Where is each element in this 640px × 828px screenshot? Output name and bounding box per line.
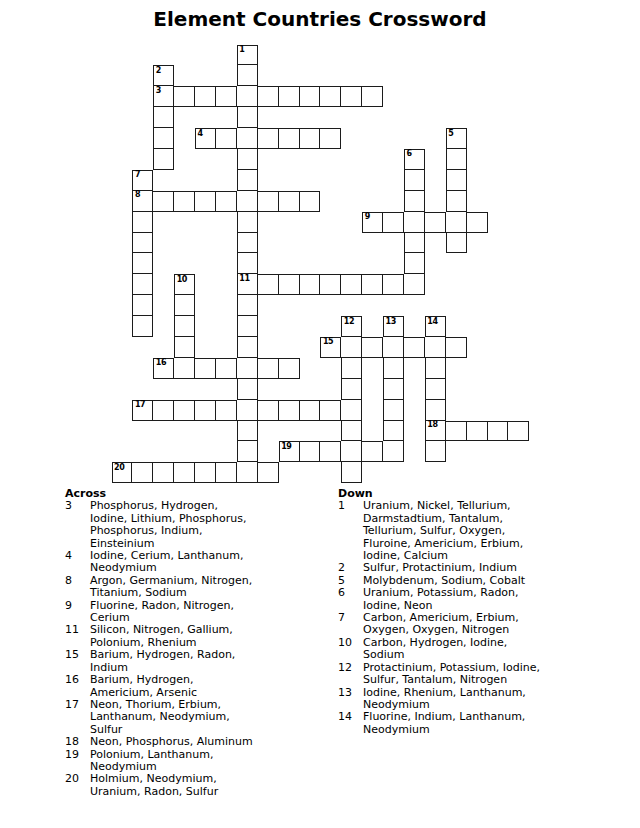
grid-void xyxy=(112,191,133,212)
grid-cell[interactable] xyxy=(341,421,362,442)
grid-void xyxy=(132,358,153,379)
grid-void xyxy=(446,358,467,379)
grid-cell[interactable] xyxy=(383,274,404,295)
grid-cell[interactable] xyxy=(237,462,258,483)
grid-cell[interactable] xyxy=(341,358,362,379)
grid-void xyxy=(383,86,404,107)
clue-text: Phosphorus, Hydrogen, Iodine, Lithium, P… xyxy=(90,500,257,550)
grid-cell[interactable] xyxy=(404,253,425,274)
grid-void xyxy=(404,462,425,483)
grid-void xyxy=(216,274,237,295)
grid-void xyxy=(258,65,279,86)
cell-number: 4 xyxy=(198,130,203,138)
grid-cell[interactable] xyxy=(195,358,216,379)
grid-void xyxy=(362,379,383,400)
grid-cell[interactable]: 3 xyxy=(153,86,174,107)
clue-text: Silicon, Nitrogen, Gallium, Polonium, Rh… xyxy=(90,624,257,649)
grid-cell[interactable] xyxy=(404,212,425,233)
grid-void xyxy=(195,253,216,274)
page: Element Countries Crossword 123456789101… xyxy=(0,0,640,828)
grid-cell[interactable] xyxy=(237,400,258,421)
grid-void xyxy=(300,107,321,128)
grid-cell[interactable] xyxy=(237,253,258,274)
grid-cell[interactable] xyxy=(258,274,279,295)
grid-void xyxy=(320,421,341,442)
grid-void xyxy=(279,462,300,483)
grid-cell[interactable] xyxy=(383,337,404,358)
grid-cell[interactable]: 10 xyxy=(174,274,195,295)
grid-cell[interactable] xyxy=(174,400,195,421)
grid-cell[interactable] xyxy=(195,400,216,421)
grid-void xyxy=(153,233,174,254)
grid-void xyxy=(488,45,509,66)
grid-void xyxy=(508,400,529,421)
grid-cell[interactable] xyxy=(132,316,153,337)
grid-cell[interactable]: 12 xyxy=(341,316,362,337)
grid-void xyxy=(258,295,279,316)
grid-cell[interactable] xyxy=(446,149,467,170)
grid-cell[interactable] xyxy=(237,107,258,128)
grid-cell[interactable]: 13 xyxy=(383,316,404,337)
grid-void xyxy=(383,128,404,149)
grid-cell[interactable] xyxy=(237,86,258,107)
grid-cell[interactable] xyxy=(216,128,237,149)
grid-void xyxy=(258,316,279,337)
grid-void xyxy=(508,191,529,212)
grid-cell[interactable] xyxy=(383,421,404,442)
grid-cell[interactable] xyxy=(404,274,425,295)
grid-cell[interactable] xyxy=(237,379,258,400)
grid-cell[interactable] xyxy=(237,295,258,316)
clue-text: Iodine, Rhenium, Lanthanum, Neodymium xyxy=(363,687,549,712)
grid-void xyxy=(362,295,383,316)
grid-cell[interactable] xyxy=(300,191,321,212)
grid-cell[interactable] xyxy=(341,441,362,462)
grid-void xyxy=(112,45,133,66)
grid-void xyxy=(404,421,425,442)
cell-number: 10 xyxy=(177,276,187,284)
grid-void xyxy=(467,379,488,400)
grid-cell[interactable] xyxy=(404,170,425,191)
grid-cell[interactable] xyxy=(383,441,404,462)
grid-void xyxy=(174,441,195,462)
grid-cell[interactable] xyxy=(446,191,467,212)
grid-void xyxy=(132,65,153,86)
grid-cell[interactable] xyxy=(174,462,195,483)
grid-cell[interactable] xyxy=(237,149,258,170)
cell-number: 1 xyxy=(239,46,244,54)
grid-cell[interactable] xyxy=(383,379,404,400)
clue-number: 11 xyxy=(65,624,90,636)
grid-void xyxy=(467,128,488,149)
grid-cell[interactable]: 14 xyxy=(425,316,446,337)
grid-void xyxy=(132,421,153,442)
grid-void xyxy=(425,107,446,128)
grid-void xyxy=(258,253,279,274)
grid-void xyxy=(195,65,216,86)
clue-number: 18 xyxy=(65,736,90,748)
grid-cell[interactable] xyxy=(258,462,279,483)
grid-void xyxy=(216,45,237,66)
grid-cell[interactable] xyxy=(383,212,404,233)
grid-cell[interactable] xyxy=(320,400,341,421)
clue: 17Neon, Thorium, Erbium, Lanthanum, Neod… xyxy=(65,699,257,736)
grid-cell[interactable] xyxy=(258,400,279,421)
grid-cell[interactable] xyxy=(258,86,279,107)
grid-void xyxy=(320,233,341,254)
grid-void xyxy=(488,400,509,421)
grid-void xyxy=(195,212,216,233)
grid-void xyxy=(279,379,300,400)
grid-void xyxy=(320,358,341,379)
grid-void xyxy=(404,128,425,149)
grid-void xyxy=(300,45,321,66)
grid-void xyxy=(446,274,467,295)
grid-cell[interactable] xyxy=(341,400,362,421)
grid-cell[interactable] xyxy=(488,421,509,442)
clue-text: Sulfur, Protactinium, Indium xyxy=(363,562,549,574)
grid-void xyxy=(425,128,446,149)
grid-cell[interactable] xyxy=(404,233,425,254)
grid-void xyxy=(467,107,488,128)
grid-cell[interactable] xyxy=(216,462,237,483)
grid-cell[interactable] xyxy=(132,233,153,254)
grid-void xyxy=(279,337,300,358)
grid-void xyxy=(362,191,383,212)
grid-cell[interactable] xyxy=(174,295,195,316)
grid-cell[interactable] xyxy=(300,128,321,149)
grid-cell[interactable] xyxy=(132,295,153,316)
grid-void xyxy=(258,212,279,233)
grid-cell[interactable]: 5 xyxy=(446,128,467,149)
grid-void xyxy=(258,107,279,128)
grid-void xyxy=(174,253,195,274)
grid-cell[interactable] xyxy=(237,65,258,86)
grid-cell[interactable] xyxy=(216,86,237,107)
grid-void xyxy=(195,337,216,358)
grid-cell[interactable] xyxy=(237,212,258,233)
grid-void xyxy=(320,253,341,274)
grid-void xyxy=(216,441,237,462)
grid-cell[interactable] xyxy=(132,212,153,233)
grid-cell[interactable] xyxy=(279,128,300,149)
grid-void xyxy=(404,441,425,462)
clue-text: Uranium, Nickel, Tellurium, Darmstadtium… xyxy=(363,500,549,562)
grid-void xyxy=(112,358,133,379)
grid-cell[interactable] xyxy=(279,86,300,107)
grid-cell[interactable] xyxy=(258,358,279,379)
grid-cell[interactable]: 2 xyxy=(153,65,174,86)
grid-void xyxy=(446,316,467,337)
grid-cell[interactable] xyxy=(362,274,383,295)
grid-cell[interactable] xyxy=(300,274,321,295)
grid-cell[interactable] xyxy=(132,253,153,274)
grid-cell[interactable] xyxy=(258,191,279,212)
grid-cell[interactable] xyxy=(279,191,300,212)
grid-cell[interactable] xyxy=(446,170,467,191)
grid-cell[interactable] xyxy=(153,128,174,149)
clue: 6Uranium, Potassium, Radon, Iodine, Neon xyxy=(338,587,549,612)
grid-cell[interactable] xyxy=(258,128,279,149)
grid-cell[interactable] xyxy=(279,274,300,295)
clue-text: Barium, Hydrogen, Americium, Arsenic xyxy=(90,674,257,699)
grid-cell[interactable] xyxy=(341,274,362,295)
grid-void xyxy=(300,337,321,358)
grid-cell[interactable] xyxy=(425,379,446,400)
grid-void xyxy=(508,295,529,316)
grid-cell[interactable]: 8 xyxy=(132,191,153,212)
grid-void xyxy=(446,400,467,421)
grid-cell[interactable] xyxy=(320,128,341,149)
grid-void xyxy=(279,295,300,316)
grid-void xyxy=(508,170,529,191)
grid-void xyxy=(467,441,488,462)
grid-void xyxy=(508,379,529,400)
grid-void xyxy=(258,337,279,358)
grid-void xyxy=(341,212,362,233)
grid-void xyxy=(112,212,133,233)
grid-void xyxy=(467,233,488,254)
grid-void xyxy=(279,65,300,86)
grid-void xyxy=(153,212,174,233)
grid-cell[interactable] xyxy=(446,421,467,442)
grid-void xyxy=(300,358,321,379)
grid-cell[interactable] xyxy=(153,400,174,421)
grid-cell[interactable] xyxy=(446,212,467,233)
grid-cell[interactable] xyxy=(446,337,467,358)
grid-cell[interactable] xyxy=(216,191,237,212)
grid-void xyxy=(216,295,237,316)
grid-cell[interactable] xyxy=(425,337,446,358)
grid-void xyxy=(467,400,488,421)
clue-number: 14 xyxy=(338,711,363,723)
grid-cell[interactable]: 4 xyxy=(195,128,216,149)
grid-void xyxy=(195,149,216,170)
cell-number: 14 xyxy=(427,318,437,326)
grid-cell[interactable] xyxy=(320,274,341,295)
grid-void xyxy=(446,379,467,400)
grid-cell[interactable]: 11 xyxy=(237,274,258,295)
grid-void xyxy=(341,128,362,149)
grid-void xyxy=(362,358,383,379)
cell-number: 16 xyxy=(156,359,166,367)
grid-void xyxy=(132,379,153,400)
grid-void xyxy=(300,170,321,191)
grid-void xyxy=(132,149,153,170)
clue-number: 20 xyxy=(65,773,90,785)
grid-cell[interactable]: 1 xyxy=(237,45,258,66)
grid-void xyxy=(404,295,425,316)
cell-number: 7 xyxy=(135,171,140,179)
grid-void xyxy=(153,441,174,462)
grid-void xyxy=(132,45,153,66)
grid-void xyxy=(341,149,362,170)
grid-cell[interactable] xyxy=(216,400,237,421)
grid-void xyxy=(488,358,509,379)
grid-cell[interactable] xyxy=(467,212,488,233)
grid-void xyxy=(320,379,341,400)
grid-void xyxy=(467,295,488,316)
grid-void xyxy=(488,274,509,295)
grid-void xyxy=(488,233,509,254)
grid-cell[interactable] xyxy=(341,462,362,483)
grid-cell[interactable] xyxy=(237,233,258,254)
grid-cell[interactable] xyxy=(195,462,216,483)
grid-void xyxy=(341,170,362,191)
grid-void xyxy=(258,149,279,170)
grid-cell[interactable] xyxy=(237,441,258,462)
clue-text: Polonium, Lanthanum, Neodymium xyxy=(90,749,257,774)
grid-void xyxy=(404,107,425,128)
grid-cell[interactable] xyxy=(237,337,258,358)
grid-cell[interactable] xyxy=(404,337,425,358)
down-list: 1Uranium, Nickel, Tellurium, Darmstadtiu… xyxy=(338,500,549,736)
grid-cell[interactable] xyxy=(320,441,341,462)
grid-void xyxy=(320,45,341,66)
grid-void xyxy=(132,128,153,149)
grid-void xyxy=(362,107,383,128)
grid-void xyxy=(508,86,529,107)
clue: 4Iodine, Cerium, Lanthanum, Neodymium xyxy=(65,550,257,575)
grid-cell[interactable] xyxy=(404,191,425,212)
grid-void xyxy=(362,253,383,274)
grid-cell[interactable]: 6 xyxy=(404,149,425,170)
grid-cell[interactable] xyxy=(362,86,383,107)
grid-cell[interactable] xyxy=(132,274,153,295)
cell-number: 20 xyxy=(114,464,124,472)
grid-void xyxy=(153,45,174,66)
grid-cell[interactable] xyxy=(362,441,383,462)
grid-cell[interactable] xyxy=(425,400,446,421)
grid-void xyxy=(425,45,446,66)
grid-cell[interactable] xyxy=(362,337,383,358)
grid-void xyxy=(153,316,174,337)
grid-void xyxy=(341,65,362,86)
grid-void xyxy=(112,441,133,462)
grid-cell[interactable] xyxy=(279,400,300,421)
grid-cell[interactable] xyxy=(341,379,362,400)
cell-number: 12 xyxy=(344,318,354,326)
clue: 7Carbon, Americium, Erbium, Oxygen, Oxyg… xyxy=(338,612,549,637)
grid-cell[interactable] xyxy=(195,191,216,212)
grid-cell[interactable]: 9 xyxy=(362,212,383,233)
cell-number: 13 xyxy=(386,318,396,326)
grid-void xyxy=(425,149,446,170)
grid-void xyxy=(112,253,133,274)
clue: 18Neon, Phosphorus, Aluminum xyxy=(65,736,257,748)
grid-void xyxy=(383,295,404,316)
grid-void xyxy=(362,149,383,170)
grid-cell[interactable]: 7 xyxy=(132,170,153,191)
clue: 19Polonium, Lanthanum, Neodymium xyxy=(65,749,257,774)
grid-void xyxy=(341,295,362,316)
grid-void xyxy=(112,316,133,337)
grid-void xyxy=(488,65,509,86)
grid-void xyxy=(132,441,153,462)
grid-cell[interactable] xyxy=(237,170,258,191)
grid-cell[interactable]: 15 xyxy=(320,337,341,358)
grid-void xyxy=(320,170,341,191)
grid-void xyxy=(195,45,216,66)
grid-cell[interactable] xyxy=(300,400,321,421)
grid-cell[interactable]: 19 xyxy=(279,441,300,462)
grid-void xyxy=(112,421,133,442)
grid-void xyxy=(112,295,133,316)
grid-cell[interactable] xyxy=(237,128,258,149)
grid-cell[interactable] xyxy=(174,191,195,212)
grid-cell[interactable] xyxy=(320,86,341,107)
grid-cell[interactable] xyxy=(300,86,321,107)
grid-cell[interactable] xyxy=(341,86,362,107)
grid-cell[interactable] xyxy=(279,358,300,379)
grid-void xyxy=(488,462,509,483)
grid-cell[interactable] xyxy=(467,421,488,442)
clue-text: Holmium, Neodymium, Uranium, Radon, Sulf… xyxy=(90,773,257,798)
clue: 13Iodine, Rhenium, Lanthanum, Neodymium xyxy=(338,687,549,712)
grid-cell[interactable] xyxy=(446,233,467,254)
grid-void xyxy=(279,107,300,128)
grid-cell[interactable] xyxy=(237,358,258,379)
grid-void xyxy=(174,149,195,170)
grid-void xyxy=(320,191,341,212)
grid-void xyxy=(112,149,133,170)
grid-cell[interactable] xyxy=(174,358,195,379)
grid-void xyxy=(174,233,195,254)
grid-cell[interactable] xyxy=(174,86,195,107)
cell-number: 11 xyxy=(239,275,249,283)
grid-void xyxy=(112,274,133,295)
grid-cell[interactable] xyxy=(195,86,216,107)
grid-cell[interactable] xyxy=(153,149,174,170)
grid-void xyxy=(467,316,488,337)
grid-cell[interactable]: 20 xyxy=(112,462,133,483)
grid-void xyxy=(341,45,362,66)
grid-cell[interactable] xyxy=(383,358,404,379)
grid-void xyxy=(320,462,341,483)
grid-cell[interactable] xyxy=(153,107,174,128)
grid-cell[interactable] xyxy=(383,400,404,421)
grid-void xyxy=(174,170,195,191)
grid-void xyxy=(174,45,195,66)
grid-cell[interactable] xyxy=(341,337,362,358)
grid-cell[interactable]: 16 xyxy=(153,358,174,379)
grid-cell[interactable] xyxy=(174,316,195,337)
clue: 8Argon, Germanium, Nitrogen, Titanium, S… xyxy=(65,575,257,600)
across-list: 3Phosphorus, Hydrogen, Iodine, Lithium, … xyxy=(65,500,257,798)
clue-number: 17 xyxy=(65,699,90,711)
grid-cell[interactable] xyxy=(237,191,258,212)
grid-cell[interactable] xyxy=(425,441,446,462)
grid-cell[interactable] xyxy=(425,358,446,379)
grid-cell[interactable] xyxy=(508,421,529,442)
grid-cell[interactable] xyxy=(153,191,174,212)
grid-void xyxy=(362,462,383,483)
grid-cell[interactable] xyxy=(237,421,258,442)
grid-void xyxy=(112,65,133,86)
grid-cell[interactable] xyxy=(216,358,237,379)
grid-cell[interactable] xyxy=(237,316,258,337)
grid-cell[interactable]: 18 xyxy=(425,421,446,442)
clue-number: 13 xyxy=(338,687,363,699)
grid-cell[interactable] xyxy=(425,212,446,233)
grid-void xyxy=(488,191,509,212)
grid-cell[interactable] xyxy=(300,441,321,462)
grid-cell[interactable] xyxy=(174,337,195,358)
grid-cell[interactable]: 17 xyxy=(132,400,153,421)
grid-void xyxy=(488,149,509,170)
grid-cell[interactable] xyxy=(153,462,174,483)
grid-cell[interactable] xyxy=(132,462,153,483)
